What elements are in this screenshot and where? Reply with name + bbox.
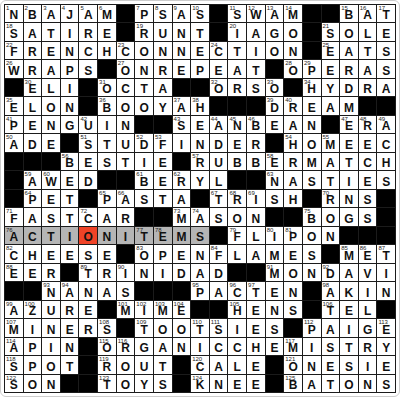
cell-r7c19[interactable]: 47E	[340, 116, 358, 133]
cell-r20c2[interactable]: P	[24, 356, 42, 373]
cell-r7c5[interactable]: 42U	[79, 116, 97, 133]
cell-r19c12[interactable]: C	[210, 338, 228, 355]
cell-r19c2[interactable]: P	[24, 338, 42, 355]
cell-r19c14[interactable]: H	[247, 338, 265, 355]
cell-r10c2[interactable]: 59A	[24, 171, 42, 188]
cell-r10c5[interactable]: D	[79, 171, 97, 188]
cell-r16c5[interactable]: N	[79, 282, 97, 299]
cell-r4c11[interactable]: P	[191, 60, 209, 77]
cell-r3c3[interactable]: E	[42, 42, 60, 59]
cell-r19c1[interactable]: 114A	[5, 338, 23, 355]
cell-r18c8[interactable]: 109T	[135, 319, 153, 336]
cell-r18c19[interactable]: I	[340, 319, 358, 336]
cell-r20c6[interactable]: 119R	[98, 356, 116, 373]
cell-r20c1[interactable]: 118S	[5, 356, 23, 373]
cell-r16c18[interactable]: 98A	[322, 282, 340, 299]
cell-r13c1[interactable]: 76A	[5, 227, 23, 244]
cell-r4c18[interactable]: E	[322, 60, 340, 77]
cell-r5c17[interactable]: 34H	[303, 79, 321, 96]
cell-r20c8[interactable]: U	[135, 356, 153, 373]
cell-r4c13[interactable]: A	[228, 60, 246, 77]
cell-r11c7[interactable]: 66A	[117, 190, 135, 207]
cell-r19c11[interactable]: I	[191, 338, 209, 355]
cell-r10c16[interactable]: A	[284, 171, 302, 188]
cell-r16c3[interactable]: 93N	[42, 282, 60, 299]
cell-r6c15[interactable]: 39D	[266, 97, 284, 114]
cell-r5c3[interactable]: L	[42, 79, 60, 96]
cell-r9c13[interactable]: B	[228, 153, 246, 170]
cell-r20c21[interactable]: E	[377, 356, 395, 373]
cell-r4c21[interactable]: S	[377, 60, 395, 77]
cell-r1c4[interactable]: 4J	[61, 5, 79, 22]
cell-r1c20[interactable]: 16A	[359, 5, 377, 22]
cell-r11c3[interactable]: E	[42, 190, 60, 207]
cell-r8c20[interactable]: E	[359, 134, 377, 151]
cell-r13c5[interactable]: O	[79, 227, 97, 244]
cell-r12c19[interactable]: G	[340, 208, 358, 225]
cell-r15c12[interactable]: D	[210, 264, 228, 281]
cell-r6c11[interactable]: 38H	[191, 97, 209, 114]
cell-r2c21[interactable]: E	[377, 23, 395, 40]
cell-r3c12[interactable]: 24C	[210, 42, 228, 59]
cell-r18c3[interactable]: N	[42, 319, 60, 336]
cell-r7c12[interactable]: 44A	[210, 116, 228, 133]
cell-r6c7[interactable]: O	[117, 97, 135, 114]
cell-r3c13[interactable]: T	[228, 42, 246, 59]
cell-r15c17[interactable]: N	[303, 264, 321, 281]
cell-r18c10[interactable]: O	[173, 319, 191, 336]
cell-r7c11[interactable]: E	[191, 116, 209, 133]
cell-r5c7[interactable]: C	[117, 79, 135, 96]
cell-r14c16[interactable]: E	[284, 245, 302, 262]
cell-r3c9[interactable]: N	[154, 42, 172, 59]
cell-r19c6[interactable]: 115O	[98, 338, 116, 355]
cell-r4c19[interactable]: R	[340, 60, 358, 77]
cell-r14c21[interactable]: 87T	[377, 245, 395, 262]
cell-r3c16[interactable]: N	[284, 42, 302, 59]
cell-r14c4[interactable]: E	[61, 245, 79, 262]
cell-r7c6[interactable]: I	[98, 116, 116, 133]
cell-r15c5[interactable]: 89T	[79, 264, 97, 281]
cell-r21c1[interactable]: 122S	[5, 375, 23, 392]
cell-r9c8[interactable]: I	[135, 153, 153, 170]
cell-r14c8[interactable]: 83O	[135, 245, 153, 262]
cell-r3c4[interactable]: N	[61, 42, 79, 59]
cell-r12c2[interactable]: A	[24, 208, 42, 225]
cell-r9c5[interactable]: E	[79, 153, 97, 170]
cell-r9c20[interactable]: C	[359, 153, 377, 170]
cell-r9c7[interactable]: T	[117, 153, 135, 170]
cell-r18c4[interactable]: E	[61, 319, 79, 336]
cell-r18c6[interactable]: 108S	[98, 319, 116, 336]
cell-r11c9[interactable]: T	[154, 190, 172, 207]
cell-r14c6[interactable]: E	[98, 245, 116, 262]
cell-r14c17[interactable]: S	[303, 245, 321, 262]
cell-r8c17[interactable]: O	[303, 134, 321, 151]
cell-r12c14[interactable]: N	[247, 208, 265, 225]
cell-r11c20[interactable]: S	[359, 190, 377, 207]
cell-r18c18[interactable]: A	[322, 319, 340, 336]
cell-r2c18[interactable]: 21S	[322, 23, 340, 40]
cell-r9c14[interactable]: B	[247, 153, 265, 170]
cell-r1c8[interactable]: 7P	[135, 5, 153, 22]
cell-r12c6[interactable]: A	[98, 208, 116, 225]
cell-r8c18[interactable]: 55M	[322, 134, 340, 151]
cell-r15c2[interactable]: E	[24, 264, 42, 281]
cell-r17c15[interactable]: N	[266, 301, 284, 318]
cell-r9c19[interactable]: T	[340, 153, 358, 170]
cell-r9c16[interactable]: R	[284, 153, 302, 170]
cell-r12c5[interactable]: 72C	[79, 208, 97, 225]
cell-r9c15[interactable]: 58E	[266, 153, 284, 170]
cell-r15c11[interactable]: A	[191, 264, 209, 281]
cell-r2c9[interactable]: U	[154, 23, 172, 40]
cell-r15c7[interactable]: 90I	[117, 264, 135, 281]
cell-r5c4[interactable]: I	[61, 79, 79, 96]
cell-r10c3[interactable]: 60W	[42, 171, 60, 188]
cell-r16c11[interactable]: 95P	[191, 282, 209, 299]
cell-r17c19[interactable]: E	[340, 301, 358, 318]
cell-r13c4[interactable]: I	[61, 227, 79, 244]
cell-r10c15[interactable]: 63N	[266, 171, 284, 188]
cell-r5c18[interactable]: Y	[322, 79, 340, 96]
cell-r2c6[interactable]: E	[98, 23, 116, 40]
cell-r7c20[interactable]: 48R	[359, 116, 377, 133]
cell-r11c13[interactable]: 68R	[228, 190, 246, 207]
cell-r2c10[interactable]: N	[173, 23, 191, 40]
cell-r21c18[interactable]: T	[322, 375, 340, 392]
cell-r13c13[interactable]: 79F	[228, 227, 246, 244]
cell-r6c8[interactable]: O	[135, 97, 153, 114]
cell-r4c17[interactable]: 29P	[303, 60, 321, 77]
cell-r10c19[interactable]: I	[340, 171, 358, 188]
cell-r8c3[interactable]: E	[42, 134, 60, 151]
cell-r19c13[interactable]: C	[228, 338, 246, 355]
cell-r7c7[interactable]: N	[117, 116, 135, 133]
cell-r9c12[interactable]: U	[210, 153, 228, 170]
cell-r7c10[interactable]: 43S	[173, 116, 191, 133]
cell-r11c4[interactable]: T	[61, 190, 79, 207]
cell-r17c9[interactable]: 103M	[154, 301, 172, 318]
cell-r21c21[interactable]: S	[377, 375, 395, 392]
cell-r13c6[interactable]: N	[98, 227, 116, 244]
cell-r18c2[interactable]: I	[24, 319, 42, 336]
cell-r21c13[interactable]: E	[228, 375, 246, 392]
cell-r15c18[interactable]: 92D	[322, 264, 340, 281]
cell-r20c16[interactable]: 121O	[284, 356, 302, 373]
cell-r14c3[interactable]: E	[42, 245, 60, 262]
cell-r4c9[interactable]: R	[154, 60, 172, 77]
cell-r17c8[interactable]: 102I	[135, 301, 153, 318]
cell-r1c16[interactable]: 14M	[284, 5, 302, 22]
cell-r13c3[interactable]: T	[42, 227, 60, 244]
cell-r4c7[interactable]: 27O	[117, 60, 135, 77]
cell-r21c8[interactable]: Y	[135, 375, 153, 392]
cell-r6c16[interactable]: 40R	[284, 97, 302, 114]
cell-r11c6[interactable]: 65P	[98, 190, 116, 207]
cell-r2c8[interactable]: 19R	[135, 23, 153, 40]
cell-r18c12[interactable]: 111S	[210, 319, 228, 336]
cell-r1c1[interactable]: 1N	[5, 5, 23, 22]
cell-r1c21[interactable]: 17T	[377, 5, 395, 22]
cell-r12c10[interactable]: 73M	[173, 208, 191, 225]
cell-r21c9[interactable]: S	[154, 375, 172, 392]
cell-r20c9[interactable]: T	[154, 356, 172, 373]
cell-r7c2[interactable]: E	[24, 116, 42, 133]
cell-r9c18[interactable]: A	[322, 153, 340, 170]
cell-r3c7[interactable]: 23C	[117, 42, 135, 59]
cell-r2c16[interactable]: O	[284, 23, 302, 40]
cell-r8c16[interactable]: 54H	[284, 134, 302, 151]
cell-r3c20[interactable]: T	[359, 42, 377, 59]
cell-r7c13[interactable]: 45N	[228, 116, 246, 133]
cell-r8c10[interactable]: I	[173, 134, 191, 151]
cell-r17c7[interactable]: 101M	[117, 301, 135, 318]
cell-r3c8[interactable]: O	[135, 42, 153, 59]
cell-r19c3[interactable]: I	[42, 338, 60, 355]
cell-r7c16[interactable]: A	[284, 116, 302, 133]
cell-r3c10[interactable]: N	[173, 42, 191, 59]
cell-r16c21[interactable]: N	[377, 282, 395, 299]
cell-r2c20[interactable]: L	[359, 23, 377, 40]
cell-r5c15[interactable]: 33O	[266, 79, 284, 96]
cell-r8c12[interactable]: D	[210, 134, 228, 151]
cell-r5c2[interactable]: 30E	[24, 79, 42, 96]
cell-r13c8[interactable]: 77T	[135, 227, 153, 244]
cell-r11c8[interactable]: S	[135, 190, 153, 207]
cell-r4c5[interactable]: S	[79, 60, 97, 77]
cell-r1c10[interactable]: 9A	[173, 5, 191, 22]
cell-r3c11[interactable]: E	[191, 42, 209, 59]
cell-r6c3[interactable]: O	[42, 97, 60, 114]
cell-r18c17[interactable]: 112P	[303, 319, 321, 336]
cell-r16c13[interactable]: 96C	[228, 282, 246, 299]
cell-r21c12[interactable]: N	[210, 375, 228, 392]
cell-r17c1[interactable]: 99A	[5, 301, 23, 318]
cell-r4c16[interactable]: 28O	[284, 60, 302, 77]
cell-r2c11[interactable]: T	[191, 23, 209, 40]
cell-r17c16[interactable]: S	[284, 301, 302, 318]
cell-r6c1[interactable]: 35E	[5, 97, 23, 114]
cell-r7c1[interactable]: 41P	[5, 116, 23, 133]
cell-r1c14[interactable]: 12W	[247, 5, 265, 22]
cell-r6c10[interactable]: 37A	[173, 97, 191, 114]
cell-r4c10[interactable]: E	[173, 60, 191, 77]
cell-r2c4[interactable]: I	[61, 23, 79, 40]
cell-r8c8[interactable]: 52D	[135, 134, 153, 151]
cell-r12c7[interactable]: R	[117, 208, 135, 225]
cell-r5c8[interactable]: T	[135, 79, 153, 96]
cell-r3c21[interactable]: S	[377, 42, 395, 59]
cell-r21c20[interactable]: N	[359, 375, 377, 392]
cell-r3c19[interactable]: A	[340, 42, 358, 59]
cell-r21c16[interactable]: 125B	[284, 375, 302, 392]
cell-r15c15[interactable]: 91M	[266, 264, 284, 281]
cell-r20c19[interactable]: S	[340, 356, 358, 373]
cell-r13c9[interactable]: 78E	[154, 227, 172, 244]
cell-r9c4[interactable]: 56B	[61, 153, 79, 170]
cell-r9c6[interactable]: S	[98, 153, 116, 170]
cell-r4c20[interactable]: A	[359, 60, 377, 77]
cell-r4c2[interactable]: R	[24, 60, 42, 77]
cell-r16c6[interactable]: A	[98, 282, 116, 299]
cell-r12c20[interactable]: S	[359, 208, 377, 225]
cell-r11c2[interactable]: 64P	[24, 190, 42, 207]
cell-r12c18[interactable]: O	[322, 208, 340, 225]
cell-r12c11[interactable]: 74A	[191, 208, 209, 225]
cell-r20c3[interactable]: O	[42, 356, 60, 373]
cell-r20c14[interactable]: E	[247, 356, 265, 373]
cell-r8c2[interactable]: D	[24, 134, 42, 151]
cell-r19c7[interactable]: 116R	[117, 338, 135, 355]
crossword-grid[interactable]: 1N2B3A4J5A6M7P8S9A10S11S12W13A14M15B16A1…	[4, 4, 396, 393]
cell-r19c4[interactable]: N	[61, 338, 79, 355]
cell-r10c9[interactable]: E	[154, 171, 172, 188]
cell-r4c3[interactable]: A	[42, 60, 60, 77]
cell-r21c11[interactable]: 124K	[191, 375, 209, 392]
cell-r2c13[interactable]: 20I	[228, 23, 246, 40]
cell-r11c16[interactable]: H	[284, 190, 302, 207]
cell-r17c14[interactable]: E	[247, 301, 265, 318]
cell-r2c3[interactable]: T	[42, 23, 60, 40]
cell-r17c2[interactable]: 100Z	[24, 301, 42, 318]
cell-r7c17[interactable]: N	[303, 116, 321, 133]
cell-r19c9[interactable]: A	[154, 338, 172, 355]
cell-r20c4[interactable]: T	[61, 356, 79, 373]
cell-r5c21[interactable]: A	[377, 79, 395, 96]
cell-r15c16[interactable]: O	[284, 264, 302, 281]
cell-r3c18[interactable]: 25E	[322, 42, 340, 59]
cell-r2c15[interactable]: G	[266, 23, 284, 40]
cell-r4c4[interactable]: P	[61, 60, 79, 77]
cell-r16c19[interactable]: K	[340, 282, 358, 299]
cell-r5c14[interactable]: S	[247, 79, 265, 96]
cell-r17c20[interactable]: L	[359, 301, 377, 318]
cell-r3c2[interactable]: R	[24, 42, 42, 59]
cell-r16c14[interactable]: 97T	[247, 282, 265, 299]
cell-r7c4[interactable]: G	[61, 116, 79, 133]
cell-r11c10[interactable]: A	[173, 190, 191, 207]
cell-r1c11[interactable]: 10S	[191, 5, 209, 22]
cell-r4c14[interactable]: T	[247, 60, 265, 77]
cell-r11c19[interactable]: N	[340, 190, 358, 207]
cell-r8c9[interactable]: 53F	[154, 134, 172, 151]
cell-r6c19[interactable]: M	[340, 97, 358, 114]
cell-r8c14[interactable]: R	[247, 134, 265, 151]
cell-r21c17[interactable]: A	[303, 375, 321, 392]
cell-r18c5[interactable]: R	[79, 319, 97, 336]
cell-r4c12[interactable]: E	[210, 60, 228, 77]
cell-r18c9[interactable]: O	[154, 319, 172, 336]
cell-r3c6[interactable]: H	[98, 42, 116, 59]
cell-r8c1[interactable]: 50A	[5, 134, 23, 151]
cell-r17c4[interactable]: R	[61, 301, 79, 318]
cell-r13c17[interactable]: O	[303, 227, 321, 244]
cell-r13c15[interactable]: 80I	[266, 227, 284, 244]
cell-r13c7[interactable]: I	[117, 227, 135, 244]
cell-r21c2[interactable]: O	[24, 375, 42, 392]
cell-r4c8[interactable]: N	[135, 60, 153, 77]
cell-r1c19[interactable]: 15B	[340, 5, 358, 22]
cell-r1c2[interactable]: 2B	[24, 5, 42, 22]
cell-r14c20[interactable]: 86E	[359, 245, 377, 262]
cell-r11c12[interactable]: 67T	[210, 190, 228, 207]
cell-r21c3[interactable]: N	[42, 375, 60, 392]
cell-r7c21[interactable]: 49A	[377, 116, 395, 133]
cell-r12c13[interactable]: O	[228, 208, 246, 225]
cell-r6c17[interactable]: E	[303, 97, 321, 114]
cell-r1c3[interactable]: 3A	[42, 5, 60, 22]
cell-r1c13[interactable]: 11S	[228, 5, 246, 22]
cell-r8c21[interactable]: C	[377, 134, 395, 151]
cell-r18c1[interactable]: 107M	[5, 319, 23, 336]
cell-r3c14[interactable]: I	[247, 42, 265, 59]
cell-r17c13[interactable]: 105H	[228, 301, 246, 318]
cell-r9c9[interactable]: E	[154, 153, 172, 170]
cell-r19c15[interactable]: E	[266, 338, 284, 355]
cell-r15c1[interactable]: 88E	[5, 264, 23, 281]
cell-r6c9[interactable]: Y	[154, 97, 172, 114]
cell-r20c17[interactable]: N	[303, 356, 321, 373]
cell-r15c8[interactable]: N	[135, 264, 153, 281]
cell-r16c15[interactable]: E	[266, 282, 284, 299]
cell-r10c8[interactable]: 61B	[135, 171, 153, 188]
cell-r14c1[interactable]: 82C	[5, 245, 23, 262]
cell-r12c1[interactable]: 71F	[5, 208, 23, 225]
cell-r14c10[interactable]: E	[173, 245, 191, 262]
cell-r2c19[interactable]: O	[340, 23, 358, 40]
cell-r16c20[interactable]: I	[359, 282, 377, 299]
cell-r14c5[interactable]: S	[79, 245, 97, 262]
cell-r2c2[interactable]: A	[24, 23, 42, 40]
cell-r16c7[interactable]: S	[117, 282, 135, 299]
cell-r12c12[interactable]: S	[210, 208, 228, 225]
cell-r7c15[interactable]: E	[266, 116, 284, 133]
cell-r18c21[interactable]: 113E	[377, 319, 395, 336]
cell-r7c3[interactable]: N	[42, 116, 60, 133]
cell-r13c11[interactable]: S	[191, 227, 209, 244]
cell-r15c10[interactable]: D	[173, 264, 191, 281]
cell-r11c18[interactable]: 70R	[322, 190, 340, 207]
cell-r14c19[interactable]: 85M	[340, 245, 358, 262]
cell-r10c10[interactable]: 62R	[173, 171, 191, 188]
cell-r18c14[interactable]: E	[247, 319, 265, 336]
cell-r15c20[interactable]: V	[359, 264, 377, 281]
cell-r1c6[interactable]: 6M	[98, 5, 116, 22]
cell-r20c12[interactable]: A	[210, 356, 228, 373]
cell-r14c2[interactable]: H	[24, 245, 42, 262]
cell-r10c20[interactable]: E	[359, 171, 377, 188]
cell-r6c2[interactable]: L	[24, 97, 42, 114]
cell-r11c14[interactable]: 69I	[247, 190, 265, 207]
cell-r5c6[interactable]: 31O	[98, 79, 116, 96]
cell-r17c18[interactable]: 106T	[322, 301, 340, 318]
cell-r12c17[interactable]: 75B	[303, 208, 321, 225]
cell-r14c11[interactable]: N	[191, 245, 209, 262]
cell-r6c6[interactable]: 36B	[98, 97, 116, 114]
cell-r19c20[interactable]: R	[359, 338, 377, 355]
cell-r14c9[interactable]: P	[154, 245, 172, 262]
cell-r14c14[interactable]: A	[247, 245, 265, 262]
cell-r10c17[interactable]: S	[303, 171, 321, 188]
cell-r13c14[interactable]: L	[247, 227, 265, 244]
cell-r18c20[interactable]: G	[359, 319, 377, 336]
cell-r2c14[interactable]: A	[247, 23, 265, 40]
cell-r8c19[interactable]: E	[340, 134, 358, 151]
cell-r19c21[interactable]: Y	[377, 338, 395, 355]
cell-r5c19[interactable]: D	[340, 79, 358, 96]
cell-r19c19[interactable]: T	[340, 338, 358, 355]
